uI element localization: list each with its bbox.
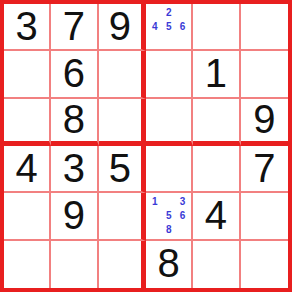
cell-r4c2[interactable]: 3 <box>51 146 98 193</box>
pencilmark-empty-slot <box>148 223 162 237</box>
sudoku-board: 37924566189435791356848 <box>0 0 292 292</box>
pencilmark-empty-slot <box>148 34 162 48</box>
pencilmark-digit: 2 <box>162 6 176 20</box>
cell-r6c1[interactable] <box>4 241 51 288</box>
pencilmarks: 2456 <box>148 6 189 47</box>
pencilmark-empty-slot <box>176 34 190 48</box>
pencilmarks: 13568 <box>148 195 189 236</box>
given-digit: 7 <box>253 148 275 188</box>
pencilmark-empty-slot <box>148 6 162 20</box>
given-digit: 4 <box>205 195 227 235</box>
cell-r4c4[interactable] <box>146 146 193 193</box>
given-digit: 3 <box>16 6 38 46</box>
cell-r3c6[interactable]: 9 <box>241 99 288 146</box>
cell-r5c5[interactable]: 4 <box>193 193 240 240</box>
pencilmark-digit: 3 <box>176 195 190 209</box>
cell-r6c2[interactable] <box>51 241 98 288</box>
cell-r3c4[interactable] <box>146 99 193 146</box>
given-digit: 8 <box>63 99 85 139</box>
given-digit: 9 <box>109 6 131 46</box>
pencilmark-digit: 5 <box>162 209 176 223</box>
given-digit: 1 <box>205 53 227 93</box>
given-digit: 8 <box>158 243 180 283</box>
cell-r2c5[interactable]: 1 <box>193 51 240 98</box>
cell-r2c3[interactable] <box>99 51 146 98</box>
cell-r4c3[interactable]: 5 <box>99 146 146 193</box>
given-digit: 4 <box>16 148 38 188</box>
cell-r6c3[interactable] <box>99 241 146 288</box>
given-digit: 3 <box>63 148 85 188</box>
cell-r3c5[interactable] <box>193 99 240 146</box>
pencilmark-digit: 4 <box>148 20 162 34</box>
cell-r1c3[interactable]: 9 <box>99 4 146 51</box>
given-digit: 9 <box>253 99 275 139</box>
cell-r1c1[interactable]: 3 <box>4 4 51 51</box>
pencilmark-empty-slot <box>162 34 176 48</box>
pencilmark-digit: 8 <box>162 223 176 237</box>
given-digit: 7 <box>63 6 85 46</box>
cell-r3c2[interactable]: 8 <box>51 99 98 146</box>
cell-r2c2[interactable]: 6 <box>51 51 98 98</box>
given-digit: 9 <box>63 195 85 235</box>
cell-r6c6[interactable] <box>241 241 288 288</box>
pencilmark-empty-slot <box>176 223 190 237</box>
given-digit: 5 <box>109 148 131 188</box>
pencilmark-digit: 5 <box>162 20 176 34</box>
cell-r2c6[interactable] <box>241 51 288 98</box>
cell-r2c4[interactable] <box>146 51 193 98</box>
pencilmark-empty-slot <box>162 195 176 209</box>
cell-r4c6[interactable]: 7 <box>241 146 288 193</box>
cell-r5c6[interactable] <box>241 193 288 240</box>
cell-r6c4[interactable]: 8 <box>146 241 193 288</box>
given-digit: 6 <box>63 53 85 93</box>
pencilmark-empty-slot <box>148 209 162 223</box>
cell-r6c5[interactable] <box>193 241 240 288</box>
cell-r5c3[interactable] <box>99 193 146 240</box>
cell-r1c4[interactable]: 2456 <box>146 4 193 51</box>
cell-r1c2[interactable]: 7 <box>51 4 98 51</box>
pencilmark-digit: 6 <box>176 209 190 223</box>
cell-r3c1[interactable] <box>4 99 51 146</box>
cell-r4c1[interactable]: 4 <box>4 146 51 193</box>
cell-r4c5[interactable] <box>193 146 240 193</box>
cell-r1c5[interactable] <box>193 4 240 51</box>
cell-r2c1[interactable] <box>4 51 51 98</box>
cell-r3c3[interactable] <box>99 99 146 146</box>
cell-r1c6[interactable] <box>241 4 288 51</box>
cell-r5c4[interactable]: 13568 <box>146 193 193 240</box>
pencilmark-digit: 1 <box>148 195 162 209</box>
pencilmark-digit: 6 <box>176 20 190 34</box>
cell-r5c2[interactable]: 9 <box>51 193 98 240</box>
cell-r5c1[interactable] <box>4 193 51 240</box>
pencilmark-empty-slot <box>176 6 190 20</box>
